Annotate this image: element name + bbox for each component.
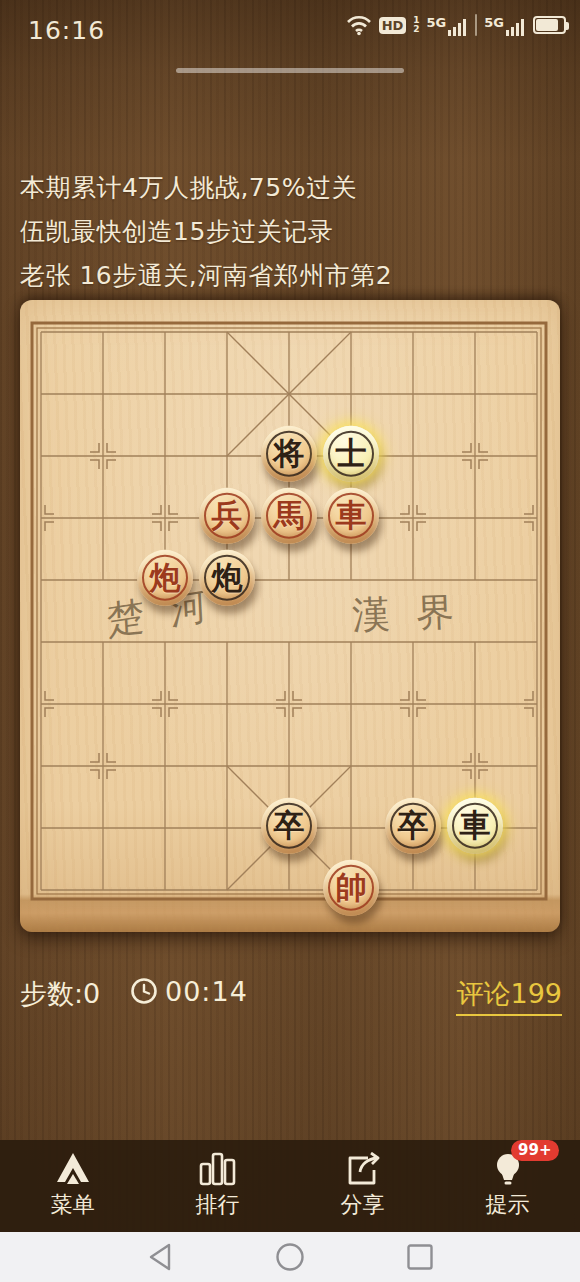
- piece-卒-c7r9[interactable]: 卒: [385, 798, 441, 854]
- piece-車-c6r4[interactable]: 車: [323, 488, 379, 544]
- announcement-line-1: 本期累计4万人挑战,75%过关: [20, 166, 570, 210]
- clock-time: 16:16: [28, 16, 105, 45]
- signal-sim2: 5G: [484, 15, 526, 36]
- timer-value: 00:14: [165, 976, 248, 1007]
- piece-炮-c3r5[interactable]: 炮: [137, 550, 193, 606]
- notch-handle-bar[interactable]: [176, 68, 404, 73]
- move-counter: 步数:0: [20, 976, 100, 1012]
- phone-screen: 16:16 HD 12 5G 5G: [0, 0, 580, 1282]
- android-nav-bar: [0, 1232, 580, 1282]
- piece-glyph: 卒: [398, 809, 429, 840]
- android-recents-button[interactable]: [402, 1239, 438, 1275]
- piece-炮-c4r5[interactable]: 炮: [199, 550, 255, 606]
- river-label-han-jie: 漢界: [351, 586, 481, 641]
- piece-glyph: 兵: [212, 499, 243, 530]
- ranking-bars-icon: [199, 1152, 237, 1186]
- comments-link[interactable]: 评论199: [456, 976, 562, 1016]
- piece-士-c6r3[interactable]: 士: [323, 426, 379, 482]
- signal-bars-icon: [506, 16, 526, 36]
- piece-glyph: 帥: [336, 871, 367, 902]
- piece-将-c5r3[interactable]: 将: [261, 426, 317, 482]
- hint-count-badge: 99+: [511, 1140, 558, 1161]
- signal-sim1: 5G: [427, 15, 469, 36]
- announcement-lines: 本期累计4万人挑战,75%过关 伍凯最快创造15步过关记录 老张 16步通关,河…: [20, 166, 570, 298]
- signal-bars-icon: [448, 16, 468, 36]
- bottom-nav-bar: 菜单 排行 分享 99+ 提示: [0, 1140, 580, 1232]
- piece-glyph: 士: [336, 437, 367, 468]
- nav-item-ranking[interactable]: 排行: [173, 1152, 263, 1220]
- piece-glyph: 車: [460, 809, 491, 840]
- wifi-icon: [346, 14, 372, 36]
- xiangqi-board[interactable]: 楚河 漢界 将士兵馬車炮炮卒卒車帥: [20, 300, 560, 932]
- piece-兵-c4r4[interactable]: 兵: [199, 488, 255, 544]
- piece-glyph: 将: [274, 437, 305, 468]
- piece-馬-c5r4[interactable]: 馬: [261, 488, 317, 544]
- piece-glyph: 炮: [150, 561, 181, 592]
- share-arrow-icon: [344, 1152, 382, 1186]
- piece-glyph: 馬: [274, 499, 305, 530]
- android-home-button[interactable]: [272, 1239, 308, 1275]
- piece-glyph: 車: [336, 499, 367, 530]
- android-back-button[interactable]: [142, 1239, 178, 1275]
- piece-glyph: 卒: [274, 809, 305, 840]
- hd-voice-icon: HD: [379, 17, 407, 34]
- announcement-line-3: 老张 16步通关,河南省郑州市第2: [20, 254, 570, 298]
- piece-車-c8r9[interactable]: 車: [447, 798, 503, 854]
- battery-icon: [533, 16, 566, 34]
- piece-帥-c6r10[interactable]: 帥: [323, 860, 379, 916]
- timer-clock-icon: [130, 977, 158, 1005]
- announcement-line-2: 伍凯最快创造15步过关记录: [20, 210, 570, 254]
- stats-row: 步数:0 00:14 评论199: [0, 972, 580, 1016]
- nav-item-hint[interactable]: 99+ 提示: [463, 1152, 553, 1220]
- piece-glyph: 炮: [212, 561, 243, 592]
- menu-logo-icon: [53, 1152, 93, 1186]
- status-divider: [475, 14, 477, 36]
- dual-sim-icon: 12: [413, 16, 419, 34]
- status-bar: 16:16 HD 12 5G 5G: [0, 0, 580, 60]
- piece-卒-c5r9[interactable]: 卒: [261, 798, 317, 854]
- nav-item-share[interactable]: 分享: [318, 1152, 408, 1220]
- nav-item-menu[interactable]: 菜单: [28, 1152, 118, 1220]
